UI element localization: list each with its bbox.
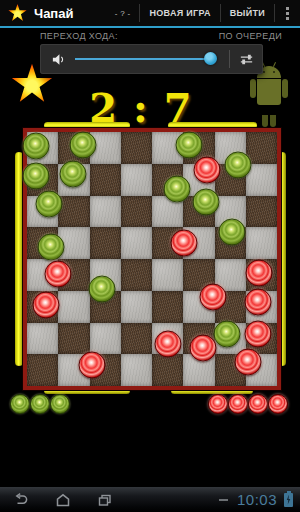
checker-green[interactable] (176, 132, 203, 159)
checker-red[interactable] (245, 321, 272, 348)
checker-green[interactable] (36, 190, 63, 217)
checker-red[interactable] (189, 335, 216, 362)
action-bar-menu: - ? - НОВАЯ ИГРА ВЫЙТИ (106, 0, 300, 26)
game-board[interactable] (23, 128, 281, 390)
checker-green[interactable] (23, 162, 50, 189)
app-star-icon (8, 4, 27, 23)
checker-green[interactable] (37, 234, 64, 261)
checker-green[interactable] (164, 175, 191, 202)
menu-item-exit[interactable]: ВЫЙТИ (221, 8, 274, 18)
checker-green[interactable] (88, 275, 115, 302)
battery-charging-icon (284, 493, 293, 507)
volume-popup (40, 44, 263, 74)
turn-mode-label: ПЕРЕХОД ХОДА: (40, 31, 118, 41)
captured-checker-green (50, 394, 70, 414)
checker-red[interactable] (45, 260, 72, 287)
status-cluster[interactable]: 10:03 (219, 491, 300, 508)
captured-checker-red (208, 394, 228, 414)
checker-red[interactable] (32, 292, 59, 319)
recent-apps-icon[interactable] (96, 491, 114, 509)
checker-green[interactable] (219, 219, 246, 246)
home-icon[interactable] (54, 491, 72, 509)
pieces-layer (27, 132, 277, 386)
robot-body (257, 79, 281, 105)
checker-red[interactable] (200, 284, 227, 311)
checker-green[interactable] (192, 189, 219, 216)
app-title: Чапай (34, 6, 73, 21)
popup-divider (229, 50, 230, 68)
app-screen: Чапай - ? - НОВАЯ ИГРА ВЫЙТИ ПЕРЕХОД ХОД… (0, 0, 300, 512)
board-frame-bar (15, 152, 23, 366)
speaker-icon (51, 52, 66, 67)
volume-slider[interactable] (75, 44, 217, 74)
checker-red[interactable] (78, 352, 105, 379)
tray-red-captured (208, 394, 288, 414)
status-clock: 10:03 (237, 491, 277, 508)
captured-checker-green (10, 394, 30, 414)
menu-item-new-game[interactable]: НОВАЯ ИГРА (140, 8, 219, 18)
system-nav-bar: 10:03 (0, 487, 300, 512)
captured-checker-green (30, 394, 50, 414)
back-arrow-icon[interactable] (11, 491, 29, 509)
checker-red[interactable] (246, 260, 273, 287)
checker-green[interactable] (70, 131, 97, 158)
checker-green[interactable] (214, 320, 241, 347)
menu-item-help[interactable]: - ? - (106, 9, 140, 18)
checker-green[interactable] (22, 132, 49, 159)
tune-sliders-icon[interactable] (238, 51, 255, 68)
captured-checker-red (228, 394, 248, 414)
checker-red[interactable] (155, 331, 182, 358)
checker-red[interactable] (171, 229, 198, 256)
turn-mode-row: ПЕРЕХОД ХОДА: ПО ОЧЕРЕДИ (0, 28, 300, 44)
checker-green[interactable] (224, 152, 251, 179)
no-signal-icon (219, 499, 228, 501)
checker-red[interactable] (193, 156, 220, 183)
checker-red[interactable] (245, 288, 272, 315)
captured-checker-red (248, 394, 268, 414)
checker-green[interactable] (60, 160, 87, 187)
volume-fill (75, 58, 211, 60)
volume-thumb[interactable] (204, 52, 217, 65)
overflow-menu-icon[interactable] (275, 7, 300, 20)
turn-mode-value[interactable]: ПО ОЧЕРЕДИ (219, 31, 282, 41)
tray-green-captured (10, 394, 70, 414)
action-bar: Чапай - ? - НОВАЯ ИГРА ВЫЙТИ (0, 0, 300, 28)
checker-red[interactable] (235, 349, 262, 376)
captured-checker-red (268, 394, 288, 414)
